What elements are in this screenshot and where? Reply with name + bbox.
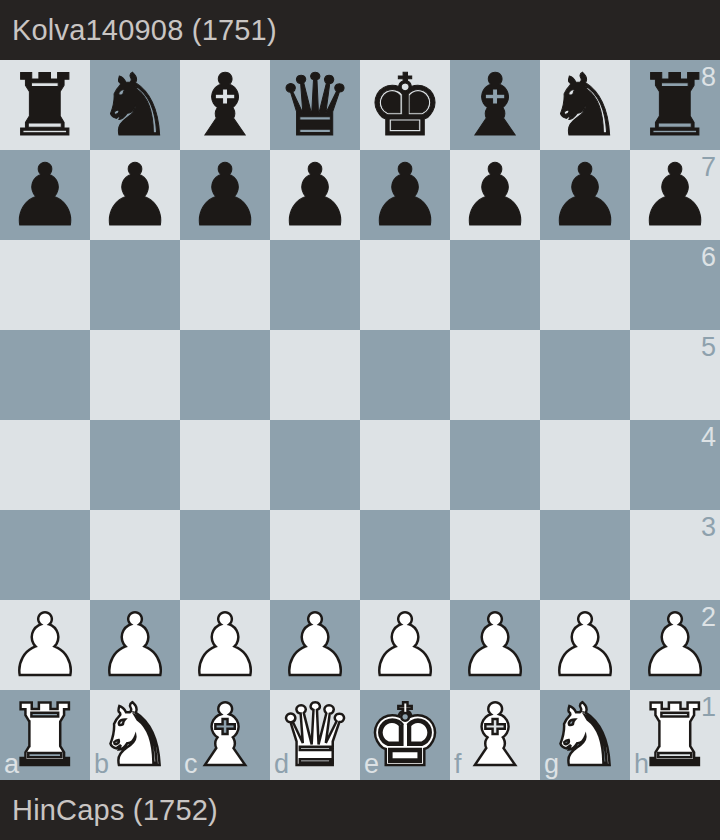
rank-label-2: 2 bbox=[701, 604, 716, 631]
black-king: ♚︎ bbox=[366, 60, 443, 150]
square-f4[interactable] bbox=[450, 420, 540, 510]
square-b7[interactable]: ♟︎ bbox=[90, 150, 180, 240]
white-pawn: ♟︎ bbox=[366, 600, 443, 690]
black-rook: ♜︎ bbox=[636, 60, 713, 150]
square-f3[interactable] bbox=[450, 510, 540, 600]
square-d8[interactable]: ♛︎ bbox=[270, 60, 360, 150]
rank-label-1: 1 bbox=[701, 694, 716, 721]
square-f8[interactable]: ♝︎ bbox=[450, 60, 540, 150]
square-c1[interactable]: ♝︎c bbox=[180, 690, 270, 780]
square-a8[interactable]: ♜︎ bbox=[0, 60, 90, 150]
white-queen: ♛︎ bbox=[276, 690, 353, 780]
square-f5[interactable] bbox=[450, 330, 540, 420]
square-c8[interactable]: ♝︎ bbox=[180, 60, 270, 150]
square-h5[interactable]: 5 bbox=[630, 330, 720, 420]
square-h7[interactable]: ♟︎7 bbox=[630, 150, 720, 240]
white-pawn: ♟︎ bbox=[636, 600, 713, 690]
square-g6[interactable] bbox=[540, 240, 630, 330]
square-c7[interactable]: ♟︎ bbox=[180, 150, 270, 240]
black-pawn: ♟︎ bbox=[366, 150, 443, 240]
square-a7[interactable]: ♟︎ bbox=[0, 150, 90, 240]
square-e8[interactable]: ♚︎ bbox=[360, 60, 450, 150]
square-c3[interactable] bbox=[180, 510, 270, 600]
square-d6[interactable] bbox=[270, 240, 360, 330]
square-g3[interactable] bbox=[540, 510, 630, 600]
white-pawn: ♟︎ bbox=[6, 600, 83, 690]
square-e2[interactable]: ♟︎ bbox=[360, 600, 450, 690]
square-b5[interactable] bbox=[90, 330, 180, 420]
white-pawn: ♟︎ bbox=[276, 600, 353, 690]
square-b3[interactable] bbox=[90, 510, 180, 600]
square-h4[interactable]: 4 bbox=[630, 420, 720, 510]
black-knight: ♞︎ bbox=[96, 60, 173, 150]
white-player-name: HinCaps (1752) bbox=[12, 794, 218, 827]
white-king: ♚︎ bbox=[366, 690, 443, 780]
white-pawn: ♟︎ bbox=[546, 600, 623, 690]
square-h6[interactable]: 6 bbox=[630, 240, 720, 330]
square-g5[interactable] bbox=[540, 330, 630, 420]
black-pawn: ♟︎ bbox=[186, 150, 263, 240]
square-e5[interactable] bbox=[360, 330, 450, 420]
square-h8[interactable]: ♜︎8 bbox=[630, 60, 720, 150]
rank-label-7: 7 bbox=[701, 154, 716, 181]
square-a3[interactable] bbox=[0, 510, 90, 600]
square-h1[interactable]: ♜︎1h bbox=[630, 690, 720, 780]
square-b8[interactable]: ♞︎ bbox=[90, 60, 180, 150]
file-label-f: f bbox=[454, 751, 462, 778]
chess-board: ♜︎♞︎♝︎♛︎♚︎♝︎♞︎♜︎8♟︎♟︎♟︎♟︎♟︎♟︎♟︎♟︎76543♟︎… bbox=[0, 60, 720, 780]
square-b1[interactable]: ♞︎b bbox=[90, 690, 180, 780]
black-pawn: ♟︎ bbox=[6, 150, 83, 240]
square-a5[interactable] bbox=[0, 330, 90, 420]
black-pawn: ♟︎ bbox=[456, 150, 533, 240]
square-c4[interactable] bbox=[180, 420, 270, 510]
square-e7[interactable]: ♟︎ bbox=[360, 150, 450, 240]
square-f1[interactable]: ♝︎f bbox=[450, 690, 540, 780]
square-f7[interactable]: ♟︎ bbox=[450, 150, 540, 240]
white-pawn: ♟︎ bbox=[96, 600, 173, 690]
file-label-c: c bbox=[184, 751, 198, 778]
square-g1[interactable]: ♞︎g bbox=[540, 690, 630, 780]
square-g2[interactable]: ♟︎ bbox=[540, 600, 630, 690]
white-knight: ♞︎ bbox=[96, 690, 173, 780]
square-d5[interactable] bbox=[270, 330, 360, 420]
file-label-a: a bbox=[4, 751, 19, 778]
white-bishop: ♝︎ bbox=[186, 690, 263, 780]
square-f2[interactable]: ♟︎ bbox=[450, 600, 540, 690]
file-label-g: g bbox=[544, 751, 559, 778]
top-player-bar: Kolva140908 (1751) bbox=[0, 0, 720, 60]
black-player-name: Kolva140908 (1751) bbox=[12, 14, 277, 47]
black-rook: ♜︎ bbox=[6, 60, 83, 150]
bottom-player-bar: HinCaps (1752) bbox=[0, 780, 720, 840]
black-pawn: ♟︎ bbox=[636, 150, 713, 240]
square-e4[interactable] bbox=[360, 420, 450, 510]
rank-label-5: 5 bbox=[701, 334, 716, 361]
white-knight: ♞︎ bbox=[546, 690, 623, 780]
square-b4[interactable] bbox=[90, 420, 180, 510]
rank-label-4: 4 bbox=[701, 424, 716, 451]
file-label-b: b bbox=[94, 751, 109, 778]
square-d2[interactable]: ♟︎ bbox=[270, 600, 360, 690]
square-d3[interactable] bbox=[270, 510, 360, 600]
square-e1[interactable]: ♚︎e bbox=[360, 690, 450, 780]
square-a1[interactable]: ♜︎a bbox=[0, 690, 90, 780]
square-g8[interactable]: ♞︎ bbox=[540, 60, 630, 150]
square-f6[interactable] bbox=[450, 240, 540, 330]
square-h3[interactable]: 3 bbox=[630, 510, 720, 600]
white-pawn: ♟︎ bbox=[186, 600, 263, 690]
square-h2[interactable]: ♟︎2 bbox=[630, 600, 720, 690]
square-b2[interactable]: ♟︎ bbox=[90, 600, 180, 690]
square-e6[interactable] bbox=[360, 240, 450, 330]
white-rook: ♜︎ bbox=[6, 690, 83, 780]
black-pawn: ♟︎ bbox=[96, 150, 173, 240]
square-e3[interactable] bbox=[360, 510, 450, 600]
white-bishop: ♝︎ bbox=[456, 690, 533, 780]
square-d1[interactable]: ♛︎d bbox=[270, 690, 360, 780]
square-g7[interactable]: ♟︎ bbox=[540, 150, 630, 240]
square-a6[interactable] bbox=[0, 240, 90, 330]
square-d7[interactable]: ♟︎ bbox=[270, 150, 360, 240]
file-label-d: d bbox=[274, 751, 289, 778]
file-label-h: h bbox=[634, 751, 649, 778]
rank-label-3: 3 bbox=[701, 514, 716, 541]
file-label-e: e bbox=[364, 751, 379, 778]
black-knight: ♞︎ bbox=[546, 60, 623, 150]
white-rook: ♜︎ bbox=[636, 690, 713, 780]
rank-label-6: 6 bbox=[701, 244, 716, 271]
square-b6[interactable] bbox=[90, 240, 180, 330]
rank-label-8: 8 bbox=[701, 64, 716, 91]
square-g4[interactable] bbox=[540, 420, 630, 510]
square-c6[interactable] bbox=[180, 240, 270, 330]
square-c5[interactable] bbox=[180, 330, 270, 420]
square-a4[interactable] bbox=[0, 420, 90, 510]
black-bishop: ♝︎ bbox=[456, 60, 533, 150]
black-pawn: ♟︎ bbox=[276, 150, 353, 240]
black-pawn: ♟︎ bbox=[546, 150, 623, 240]
white-pawn: ♟︎ bbox=[456, 600, 533, 690]
black-bishop: ♝︎ bbox=[186, 60, 263, 150]
square-a2[interactable]: ♟︎ bbox=[0, 600, 90, 690]
square-c2[interactable]: ♟︎ bbox=[180, 600, 270, 690]
black-queen: ♛︎ bbox=[276, 60, 353, 150]
square-d4[interactable] bbox=[270, 420, 360, 510]
